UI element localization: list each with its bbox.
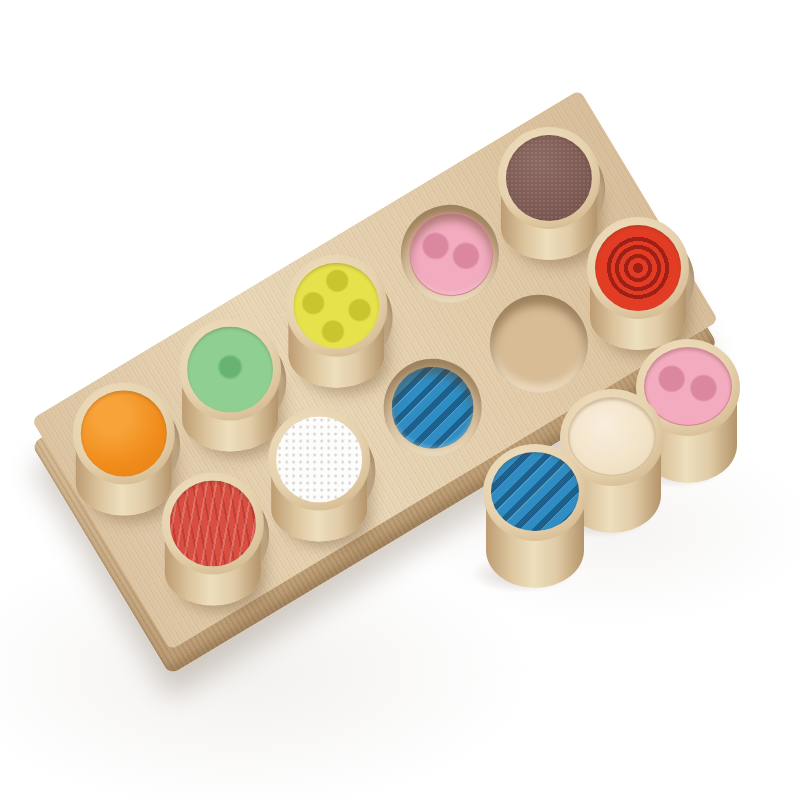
texture-face-red-zigzag — [170, 480, 256, 566]
cylinder-white-granular[interactable] — [268, 408, 370, 510]
texture-face-blue-ridged-stripes — [491, 452, 579, 531]
cylinder-red-zigzag[interactable] — [162, 472, 264, 574]
texture-disc-pink-two-dots[interactable] — [409, 212, 493, 296]
scene — [0, 0, 800, 800]
texture-face-yellow-four-dots — [293, 262, 379, 348]
cylinder-top — [268, 408, 370, 510]
cylinder-top — [498, 127, 600, 229]
cylinder-orange-smooth[interactable] — [73, 382, 175, 484]
board — [31, 89, 719, 650]
cylinder-top — [179, 318, 281, 420]
cylinder-top — [587, 217, 689, 319]
cylinder-top — [483, 444, 587, 541]
texture-disc-blue-ridged-stripes[interactable] — [391, 366, 473, 448]
cylinder-top — [285, 254, 387, 356]
cylinder-top — [162, 472, 264, 574]
loose-cylinder-blue-ridged-stripes[interactable] — [483, 444, 587, 590]
texture-face-white-granular — [276, 416, 362, 502]
texture-face-green-one-dot — [187, 326, 273, 412]
cylinder-yellow-four-dots[interactable] — [285, 254, 387, 356]
cylinder-green-one-dot[interactable] — [179, 318, 281, 420]
cylinder-red-concentric-rings[interactable] — [587, 217, 689, 319]
board-grid — [31, 89, 719, 650]
texture-face-orange-smooth — [81, 390, 167, 476]
texture-face-red-concentric-rings — [595, 225, 681, 311]
texture-face-brown-sandpaper — [506, 135, 592, 221]
cylinder-top — [73, 382, 175, 484]
cylinder-brown-sandpaper[interactable] — [498, 127, 600, 229]
